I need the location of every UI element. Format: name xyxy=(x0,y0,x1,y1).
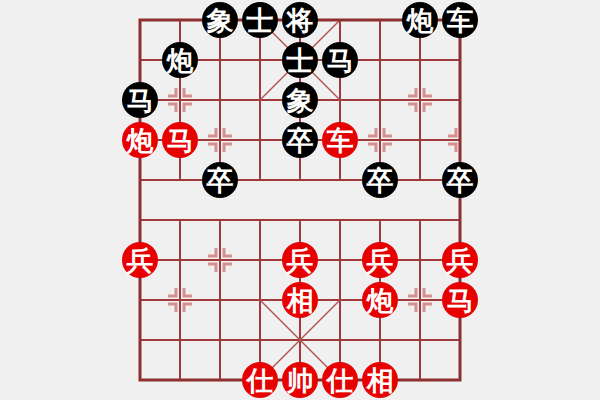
board-point[interactable] xyxy=(280,160,320,200)
board-point[interactable] xyxy=(400,120,440,160)
board-point[interactable] xyxy=(320,320,360,360)
board-point[interactable]: 将 xyxy=(280,0,320,40)
black-soldier[interactable]: 卒 xyxy=(362,162,398,198)
black-advisor[interactable]: 士 xyxy=(242,2,278,38)
red-cannon[interactable]: 炮 xyxy=(362,282,398,318)
board-point[interactable] xyxy=(320,280,360,320)
board-point[interactable] xyxy=(200,360,240,400)
board-point[interactable] xyxy=(120,0,160,40)
board-point[interactable] xyxy=(240,120,280,160)
board-point[interactable] xyxy=(200,80,240,120)
board-point[interactable] xyxy=(120,280,160,320)
board-point[interactable]: 卒 xyxy=(280,120,320,160)
board-point[interactable]: 士 xyxy=(240,0,280,40)
black-elephant[interactable]: 象 xyxy=(202,2,238,38)
red-rook[interactable]: 车 xyxy=(322,122,358,158)
board-point[interactable] xyxy=(440,40,480,80)
board-point[interactable] xyxy=(400,160,440,200)
board-point[interactable] xyxy=(200,320,240,360)
black-horse[interactable]: 马 xyxy=(122,82,158,118)
black-king[interactable]: 将 xyxy=(282,2,318,38)
board-point[interactable]: 车 xyxy=(440,0,480,40)
board-point[interactable]: 卒 xyxy=(360,160,400,200)
board-point[interactable] xyxy=(400,40,440,80)
black-soldier[interactable]: 卒 xyxy=(442,162,478,198)
xiangqi-app: 象士将炮车炮士马马象炮马卒车卒卒卒兵兵兵兵相炮马仕帅仕相 xyxy=(0,0,600,400)
board-point[interactable]: 相 xyxy=(280,280,320,320)
board-point[interactable] xyxy=(160,280,200,320)
board-point[interactable] xyxy=(200,280,240,320)
board-point[interactable] xyxy=(120,160,160,200)
board-point[interactable]: 相 xyxy=(360,360,400,400)
board-point[interactable] xyxy=(360,200,400,240)
board-point[interactable] xyxy=(400,200,440,240)
board-point[interactable] xyxy=(240,160,280,200)
board-point[interactable] xyxy=(360,120,400,160)
board-point[interactable]: 象 xyxy=(200,0,240,40)
board-point[interactable] xyxy=(120,200,160,240)
black-advisor[interactable]: 士 xyxy=(282,42,318,78)
board-point[interactable] xyxy=(280,200,320,240)
board-point[interactable]: 炮 xyxy=(160,40,200,80)
board-point[interactable]: 炮 xyxy=(400,0,440,40)
red-horse[interactable]: 马 xyxy=(442,282,478,318)
board-point[interactable]: 兵 xyxy=(120,240,160,280)
board-point[interactable] xyxy=(320,200,360,240)
board-point[interactable] xyxy=(360,0,400,40)
board-point[interactable]: 车 xyxy=(320,120,360,160)
board-point[interactable] xyxy=(400,240,440,280)
board-point[interactable] xyxy=(400,80,440,120)
board-point[interactable]: 马 xyxy=(440,280,480,320)
red-elephant[interactable]: 相 xyxy=(282,282,318,318)
board-point[interactable] xyxy=(440,120,480,160)
board-point[interactable] xyxy=(280,320,320,360)
board-point[interactable] xyxy=(120,360,160,400)
board-point[interactable] xyxy=(440,360,480,400)
board-point[interactable] xyxy=(240,80,280,120)
board-point[interactable] xyxy=(200,120,240,160)
board-point[interactable]: 炮 xyxy=(120,120,160,160)
board-point[interactable] xyxy=(160,160,200,200)
red-soldier[interactable]: 兵 xyxy=(362,242,398,278)
board-point[interactable]: 兵 xyxy=(280,240,320,280)
red-king[interactable]: 帅 xyxy=(282,362,318,398)
red-horse[interactable]: 马 xyxy=(162,122,198,158)
board-point[interactable]: 卒 xyxy=(440,160,480,200)
board-point[interactable] xyxy=(440,80,480,120)
red-soldier[interactable]: 兵 xyxy=(122,242,158,278)
board-point[interactable] xyxy=(320,240,360,280)
board-point[interactable]: 帅 xyxy=(280,360,320,400)
board-point[interactable] xyxy=(440,200,480,240)
board-point[interactable]: 卒 xyxy=(200,160,240,200)
red-cannon[interactable]: 炮 xyxy=(122,122,158,158)
board-point[interactable] xyxy=(120,320,160,360)
black-horse[interactable]: 马 xyxy=(322,42,358,78)
red-soldier[interactable]: 兵 xyxy=(442,242,478,278)
red-soldier[interactable]: 兵 xyxy=(282,242,318,278)
board-point[interactable] xyxy=(360,40,400,80)
board-point[interactable] xyxy=(200,40,240,80)
board-point[interactable] xyxy=(440,320,480,360)
board-point[interactable] xyxy=(200,200,240,240)
board-point[interactable] xyxy=(160,0,200,40)
board-point[interactable] xyxy=(160,240,200,280)
red-elephant[interactable]: 相 xyxy=(362,362,398,398)
xiangqi-board: 象士将炮车炮士马马象炮马卒车卒卒卒兵兵兵兵相炮马仕帅仕相 xyxy=(120,0,480,400)
board-point[interactable] xyxy=(160,360,200,400)
red-advisor[interactable]: 仕 xyxy=(242,362,278,398)
board-point[interactable] xyxy=(320,160,360,200)
board-point[interactable] xyxy=(200,240,240,280)
board-point[interactable] xyxy=(160,80,200,120)
board-point[interactable] xyxy=(240,280,280,320)
board-point[interactable] xyxy=(320,0,360,40)
board-point[interactable] xyxy=(240,40,280,80)
black-rook[interactable]: 车 xyxy=(442,2,478,38)
board-point[interactable] xyxy=(240,200,280,240)
board-point[interactable] xyxy=(240,240,280,280)
black-soldier[interactable]: 卒 xyxy=(282,122,318,158)
board-point[interactable]: 仕 xyxy=(240,360,280,400)
black-cannon[interactable]: 炮 xyxy=(402,2,438,38)
board-point[interactable]: 象 xyxy=(280,80,320,120)
board-point[interactable] xyxy=(400,320,440,360)
red-advisor[interactable]: 仕 xyxy=(322,362,358,398)
board-point[interactable] xyxy=(160,320,200,360)
board-point[interactable]: 兵 xyxy=(360,240,400,280)
board-point[interactable] xyxy=(360,320,400,360)
board-point[interactable] xyxy=(160,200,200,240)
black-soldier[interactable]: 卒 xyxy=(202,162,238,198)
board-point[interactable] xyxy=(120,40,160,80)
board-point[interactable] xyxy=(400,280,440,320)
board-point[interactable]: 士 xyxy=(280,40,320,80)
black-elephant[interactable]: 象 xyxy=(282,82,318,118)
board-point[interactable]: 兵 xyxy=(440,240,480,280)
board-point[interactable]: 马 xyxy=(320,40,360,80)
black-cannon[interactable]: 炮 xyxy=(162,42,198,78)
board-point[interactable] xyxy=(320,80,360,120)
board-point[interactable] xyxy=(240,320,280,360)
board-point[interactable]: 马 xyxy=(160,120,200,160)
board-point[interactable] xyxy=(360,80,400,120)
board-point[interactable] xyxy=(400,360,440,400)
board-point[interactable]: 仕 xyxy=(320,360,360,400)
board-point[interactable]: 炮 xyxy=(360,280,400,320)
board-point[interactable]: 马 xyxy=(120,80,160,120)
